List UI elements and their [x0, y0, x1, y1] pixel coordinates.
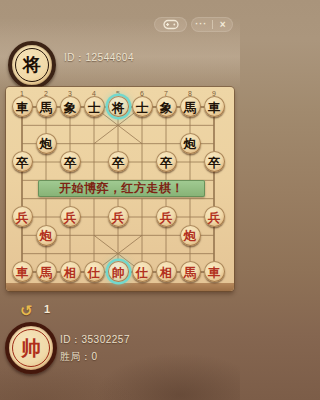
- piece-red-soldier[interactable]: 兵: [108, 206, 129, 227]
- piece-glyph: 馬: [40, 266, 53, 279]
- close-button[interactable]: ×: [213, 17, 234, 32]
- piece-black-horse[interactable]: 馬: [36, 96, 57, 117]
- piece-glyph: 炮: [40, 230, 53, 243]
- piece-black-advisor[interactable]: 士: [132, 96, 153, 117]
- piece-glyph: 馬: [40, 101, 53, 114]
- piece-glyph: 士: [88, 101, 101, 114]
- piece-glyph: 炮: [40, 138, 53, 151]
- piece-black-soldier[interactable]: 卒: [108, 151, 129, 172]
- black-player-avatar: 将: [8, 41, 56, 89]
- red-player-avatar: 帅: [5, 322, 57, 374]
- red-player-wins: 胜局：0: [60, 350, 98, 364]
- red-player-id: ID：35302257: [60, 333, 130, 347]
- piece-glyph: 将: [112, 101, 125, 114]
- piece-black-horse[interactable]: 馬: [180, 96, 201, 117]
- piece-glyph: 帥: [112, 266, 125, 279]
- piece-black-cannon[interactable]: 炮: [180, 133, 201, 154]
- piece-red-horse[interactable]: 馬: [36, 261, 57, 282]
- piece-glyph: 兵: [160, 211, 173, 224]
- xiangqi-board[interactable]: 123456789 車馬象士将士象馬車炮炮卒卒卒卒卒兵兵兵兵兵炮炮車馬相仕帥仕相…: [6, 87, 234, 291]
- piece-red-general[interactable]: 帥: [108, 261, 129, 282]
- piece-glyph: 車: [208, 101, 221, 114]
- piece-red-soldier[interactable]: 兵: [156, 206, 177, 227]
- piece-black-soldier[interactable]: 卒: [204, 151, 225, 172]
- gamepad-icon: [163, 19, 179, 30]
- undo-counter[interactable]: ↺: [20, 303, 33, 319]
- piece-glyph: 兵: [64, 211, 77, 224]
- piece-black-soldier[interactable]: 卒: [12, 151, 33, 172]
- piece-glyph: 卒: [64, 156, 77, 169]
- piece-glyph: 馬: [184, 266, 197, 279]
- piece-red-soldier[interactable]: 兵: [204, 206, 225, 227]
- piece-glyph: 車: [208, 266, 221, 279]
- black-general-avatar-glyph: 将: [23, 53, 41, 77]
- board-frame: [6, 283, 234, 291]
- banner-text: 开始博弈，红方走棋！: [59, 180, 184, 197]
- minigame-button[interactable]: [154, 17, 187, 32]
- piece-black-chariot[interactable]: 車: [204, 96, 225, 117]
- undo-clock-icon: ↺: [20, 303, 33, 319]
- piece-glyph: 車: [16, 101, 29, 114]
- red-general-avatar-glyph: 帅: [21, 335, 41, 362]
- piece-glyph: 士: [136, 101, 149, 114]
- piece-glyph: 卒: [208, 156, 221, 169]
- piece-red-advisor[interactable]: 仕: [132, 261, 153, 282]
- piece-red-soldier[interactable]: 兵: [60, 206, 81, 227]
- piece-glyph: 兵: [16, 211, 29, 224]
- piece-black-advisor[interactable]: 士: [84, 96, 105, 117]
- piece-red-elephant[interactable]: 相: [60, 261, 81, 282]
- piece-red-chariot[interactable]: 車: [12, 261, 33, 282]
- piece-red-horse[interactable]: 馬: [180, 261, 201, 282]
- undo-count: 1: [44, 303, 50, 315]
- piece-glyph: 炮: [184, 138, 197, 151]
- piece-red-elephant[interactable]: 相: [156, 261, 177, 282]
- piece-black-elephant[interactable]: 象: [60, 96, 81, 117]
- piece-glyph: 卒: [112, 156, 125, 169]
- piece-black-chariot[interactable]: 車: [12, 96, 33, 117]
- piece-glyph: 象: [160, 101, 173, 114]
- piece-black-elephant[interactable]: 象: [156, 96, 177, 117]
- piece-glyph: 卒: [160, 156, 173, 169]
- piece-glyph: 兵: [208, 211, 221, 224]
- game-start-banner: 开始博弈，红方走棋！: [38, 180, 205, 197]
- piece-glyph: 車: [16, 266, 29, 279]
- piece-black-cannon[interactable]: 炮: [36, 133, 57, 154]
- piece-glyph: 卒: [16, 156, 29, 169]
- piece-glyph: 象: [64, 101, 77, 114]
- piece-glyph: 仕: [88, 266, 101, 279]
- piece-red-cannon[interactable]: 炮: [36, 225, 57, 246]
- more-button[interactable]: ···: [191, 17, 212, 32]
- piece-glyph: 馬: [184, 101, 197, 114]
- piece-red-advisor[interactable]: 仕: [84, 261, 105, 282]
- piece-glyph: 仕: [136, 266, 149, 279]
- piece-glyph: 相: [160, 266, 173, 279]
- piece-glyph: 炮: [184, 230, 197, 243]
- piece-red-cannon[interactable]: 炮: [180, 225, 201, 246]
- piece-glyph: 相: [64, 266, 77, 279]
- window-controls: ··· ×: [191, 17, 233, 32]
- piece-black-soldier[interactable]: 卒: [60, 151, 81, 172]
- piece-glyph: 兵: [112, 211, 125, 224]
- piece-red-chariot[interactable]: 車: [204, 261, 225, 282]
- piece-black-general[interactable]: 将: [108, 96, 129, 117]
- black-player-id: ID：12544604: [64, 51, 134, 65]
- piece-black-soldier[interactable]: 卒: [156, 151, 177, 172]
- piece-red-soldier[interactable]: 兵: [12, 206, 33, 227]
- xiangqi-game-screen: { "game": "xiangqi", "position": { "fen"…: [0, 0, 240, 400]
